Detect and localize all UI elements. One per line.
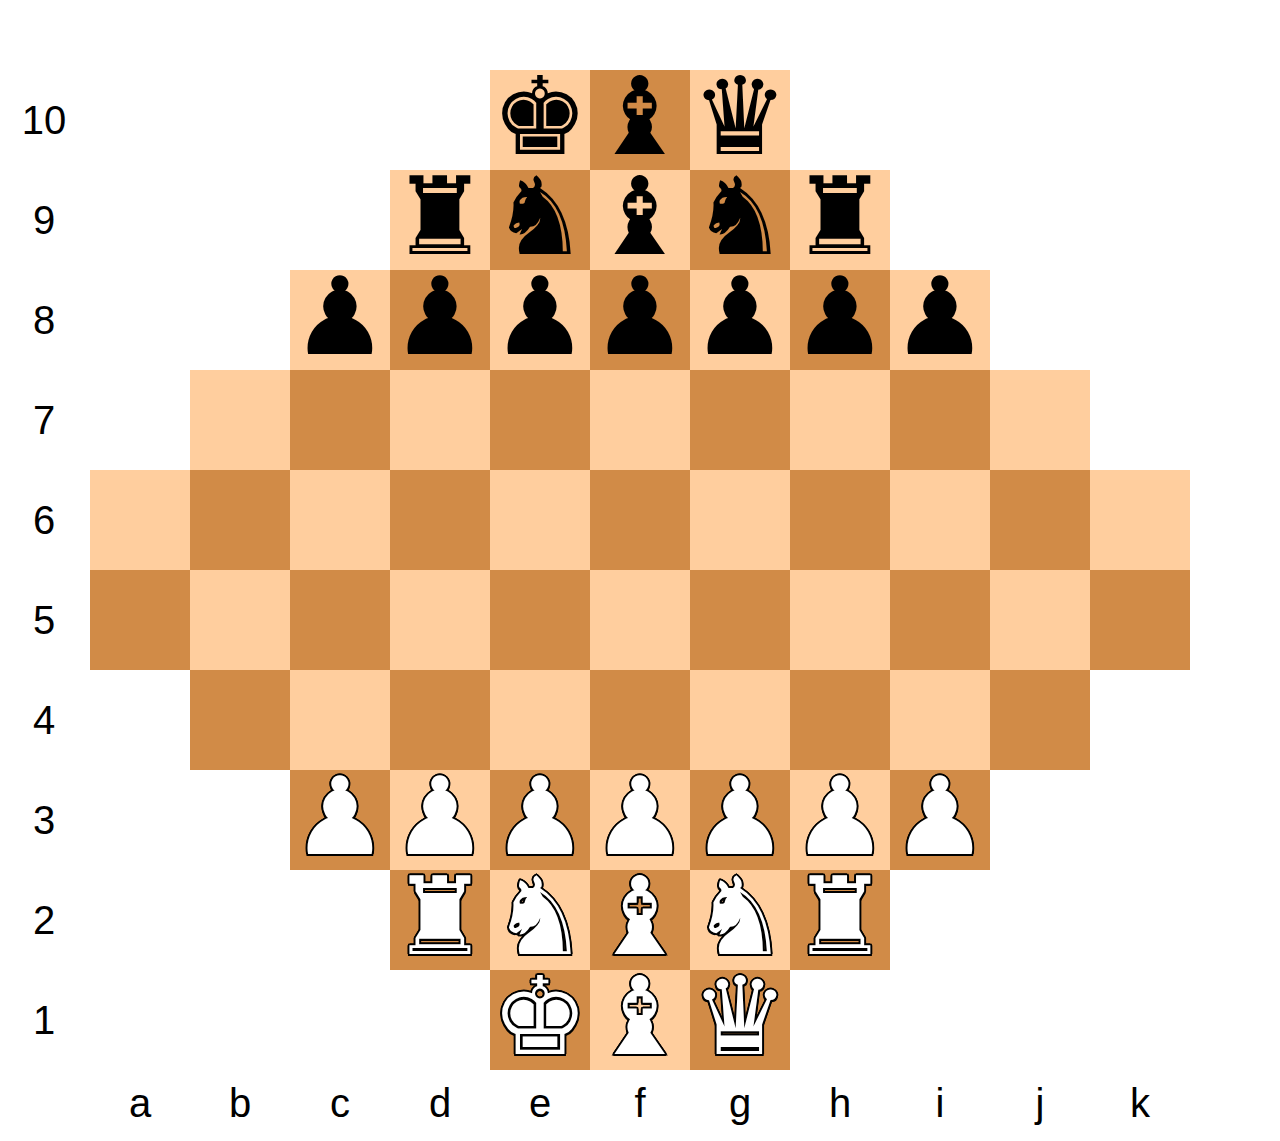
square-h2[interactable]: ♜ [790,870,890,970]
white-knight[interactable]: ♞ [692,867,789,967]
square-e1[interactable]: ♚ [490,970,590,1070]
white-bishop[interactable]: ♝ [592,867,689,967]
file-label-g: g [690,1070,790,1136]
square-d6[interactable] [390,470,490,570]
black-pawn[interactable]: ♟ [792,267,889,367]
square-f5[interactable] [590,570,690,670]
file-label-d: d [390,1070,490,1136]
square-k5[interactable] [1090,570,1190,670]
square-e7[interactable] [490,370,590,470]
white-rook[interactable]: ♜ [392,867,489,967]
white-pawn[interactable]: ♟ [492,767,589,867]
file-label-h: h [790,1070,890,1136]
square-e6[interactable] [490,470,590,570]
square-h7[interactable] [790,370,890,470]
square-b5[interactable] [190,570,290,670]
rank-label-7: 7 [0,370,88,470]
rank-label-3: 3 [0,770,88,870]
black-rook[interactable]: ♜ [792,167,889,267]
square-d5[interactable] [390,570,490,670]
black-pawn[interactable]: ♟ [492,267,589,367]
square-d8[interactable]: ♟ [390,270,490,370]
black-pawn[interactable]: ♟ [692,267,789,367]
black-king[interactable]: ♚ [492,67,589,167]
rank-label-4: 4 [0,670,88,770]
square-c5[interactable] [290,570,390,670]
square-e5[interactable] [490,570,590,670]
white-king[interactable]: ♚ [492,967,589,1067]
white-bishop[interactable]: ♝ [592,967,689,1067]
square-i8[interactable]: ♟ [890,270,990,370]
square-f7[interactable] [590,370,690,470]
white-pawn[interactable]: ♟ [392,767,489,867]
square-c8[interactable]: ♟ [290,270,390,370]
square-b6[interactable] [190,470,290,570]
rank-label-5: 5 [0,570,88,670]
square-b4[interactable] [190,670,290,770]
rank-label-10: 10 [0,70,88,170]
square-g1[interactable]: ♛ [690,970,790,1070]
square-c6[interactable] [290,470,390,570]
white-knight[interactable]: ♞ [492,867,589,967]
rank-label-2: 2 [0,870,88,970]
square-e8[interactable]: ♟ [490,270,590,370]
white-pawn[interactable]: ♟ [892,767,989,867]
black-pawn[interactable]: ♟ [292,267,389,367]
black-knight[interactable]: ♞ [492,167,589,267]
black-rook[interactable]: ♜ [392,167,489,267]
square-i5[interactable] [890,570,990,670]
white-pawn[interactable]: ♟ [292,767,389,867]
file-label-a: a [90,1070,190,1136]
square-k6[interactable] [1090,470,1190,570]
white-pawn[interactable]: ♟ [692,767,789,867]
square-j6[interactable] [990,470,1090,570]
black-pawn[interactable]: ♟ [592,267,689,367]
square-i7[interactable] [890,370,990,470]
black-bishop[interactable]: ♝ [592,167,689,267]
square-h5[interactable] [790,570,890,670]
square-a6[interactable] [90,470,190,570]
rank-label-9: 9 [0,170,88,270]
square-h6[interactable] [790,470,890,570]
file-label-i: i [890,1070,990,1136]
square-g6[interactable] [690,470,790,570]
file-label-j: j [990,1070,1090,1136]
white-pawn[interactable]: ♟ [592,767,689,867]
square-f1[interactable]: ♝ [590,970,690,1070]
square-g5[interactable] [690,570,790,670]
file-label-b: b [190,1070,290,1136]
square-i3[interactable]: ♟ [890,770,990,870]
file-label-k: k [1090,1070,1190,1136]
white-rook[interactable]: ♜ [792,867,889,967]
square-i6[interactable] [890,470,990,570]
square-a5[interactable] [90,570,190,670]
black-bishop[interactable]: ♝ [592,67,689,167]
white-pawn[interactable]: ♟ [792,767,889,867]
file-label-c: c [290,1070,390,1136]
rank-label-1: 1 [0,970,88,1070]
square-g7[interactable] [690,370,790,470]
square-f6[interactable] [590,470,690,570]
black-pawn[interactable]: ♟ [892,267,989,367]
black-pawn[interactable]: ♟ [392,267,489,367]
square-c3[interactable]: ♟ [290,770,390,870]
chess-board: ♚♝♛♜♞♝♞♜♟♟♟♟♟♟♟♟♟♟♟♟♟♟♜♞♝♞♜♚♝♛ [90,70,1190,1070]
black-queen[interactable]: ♛ [692,67,789,167]
square-j4[interactable] [990,670,1090,770]
file-label-f: f [590,1070,690,1136]
square-c7[interactable] [290,370,390,470]
square-b7[interactable] [190,370,290,470]
square-d7[interactable] [390,370,490,470]
square-h8[interactable]: ♟ [790,270,890,370]
black-knight[interactable]: ♞ [692,167,789,267]
diamond-chessboard-diagram: ♚♝♛♜♞♝♞♜♟♟♟♟♟♟♟♟♟♟♟♟♟♟♜♞♝♞♜♚♝♛ 109876543… [0,0,1280,1141]
square-g8[interactable]: ♟ [690,270,790,370]
rank-label-8: 8 [0,270,88,370]
square-j5[interactable] [990,570,1090,670]
square-d2[interactable]: ♜ [390,870,490,970]
rank-label-6: 6 [0,470,88,570]
file-label-e: e [490,1070,590,1136]
white-queen[interactable]: ♛ [692,967,789,1067]
square-f8[interactable]: ♟ [590,270,690,370]
square-j7[interactable] [990,370,1090,470]
